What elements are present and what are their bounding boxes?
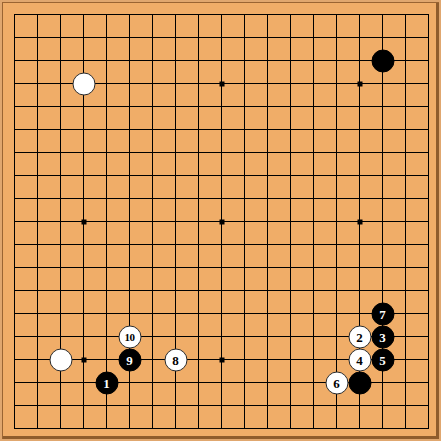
move-number: 1 (103, 376, 110, 389)
star-point (81, 219, 86, 224)
stone-black-R4-move-5: 5 (371, 348, 394, 371)
go-board: 12345678910 (0, 0, 441, 441)
stone-white-D16 (72, 72, 95, 95)
stone-black-F4-move-9: 9 (118, 348, 141, 371)
move-number: 4 (356, 353, 363, 366)
star-point (81, 357, 86, 362)
star-point (357, 81, 362, 86)
star-point (357, 219, 362, 224)
stone-white-P3-move-6: 6 (325, 371, 348, 394)
stone-white-Q5-move-2: 2 (348, 325, 371, 348)
move-number: 3 (379, 330, 386, 343)
move-number: 9 (126, 353, 133, 366)
stone-black-R6-move-7: 7 (371, 302, 394, 325)
stone-white-H4-move-8: 8 (164, 348, 187, 371)
stone-black-Q3 (348, 371, 371, 394)
stone-black-R5-move-3: 3 (371, 325, 394, 348)
move-number: 2 (356, 330, 363, 343)
board-grid: 12345678910 (14, 14, 429, 429)
move-number: 8 (172, 353, 179, 366)
stone-black-E3-move-1: 1 (95, 371, 118, 394)
stone-white-F5-move-10: 10 (118, 325, 141, 348)
stone-black-R17 (371, 49, 394, 72)
star-point (219, 357, 224, 362)
stone-white-Q4-move-4: 4 (348, 348, 371, 371)
star-point (219, 219, 224, 224)
move-number: 6 (333, 376, 340, 389)
move-number: 5 (379, 353, 386, 366)
move-number: 7 (379, 307, 386, 320)
stone-white-C4 (49, 348, 72, 371)
move-number: 10 (125, 331, 135, 342)
star-point (219, 81, 224, 86)
